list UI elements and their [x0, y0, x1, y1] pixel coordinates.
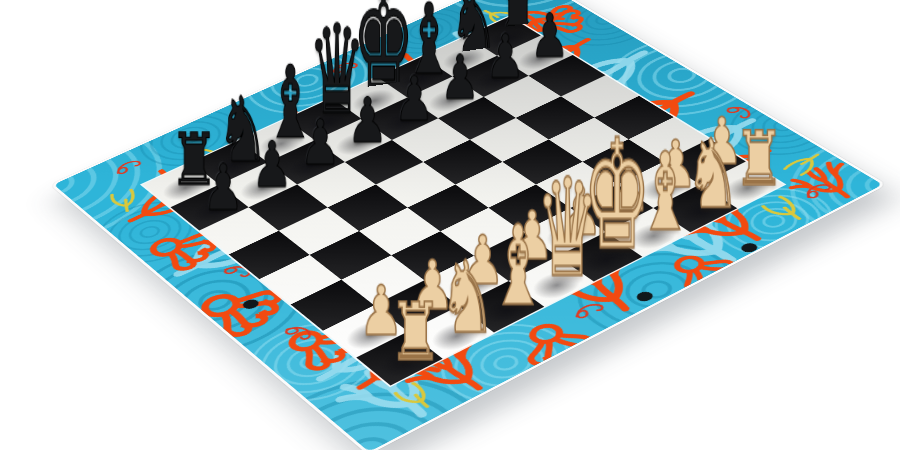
product-photo-stage: ♜♞♝♛♚♝♞♜♟♟♟♟♟♟♟♟♟♟♟♟♟♟♟♟♜♞♝♛♚♝♞♜ — [0, 0, 900, 450]
piece-white-rook[interactable]: ♜ — [358, 295, 473, 371]
chess-board: ♜♞♝♛♚♝♞♜♟♟♟♟♟♟♟♟♟♟♟♟♟♟♟♟♜♞♝♛♚♝♞♜ — [50, 0, 887, 450]
